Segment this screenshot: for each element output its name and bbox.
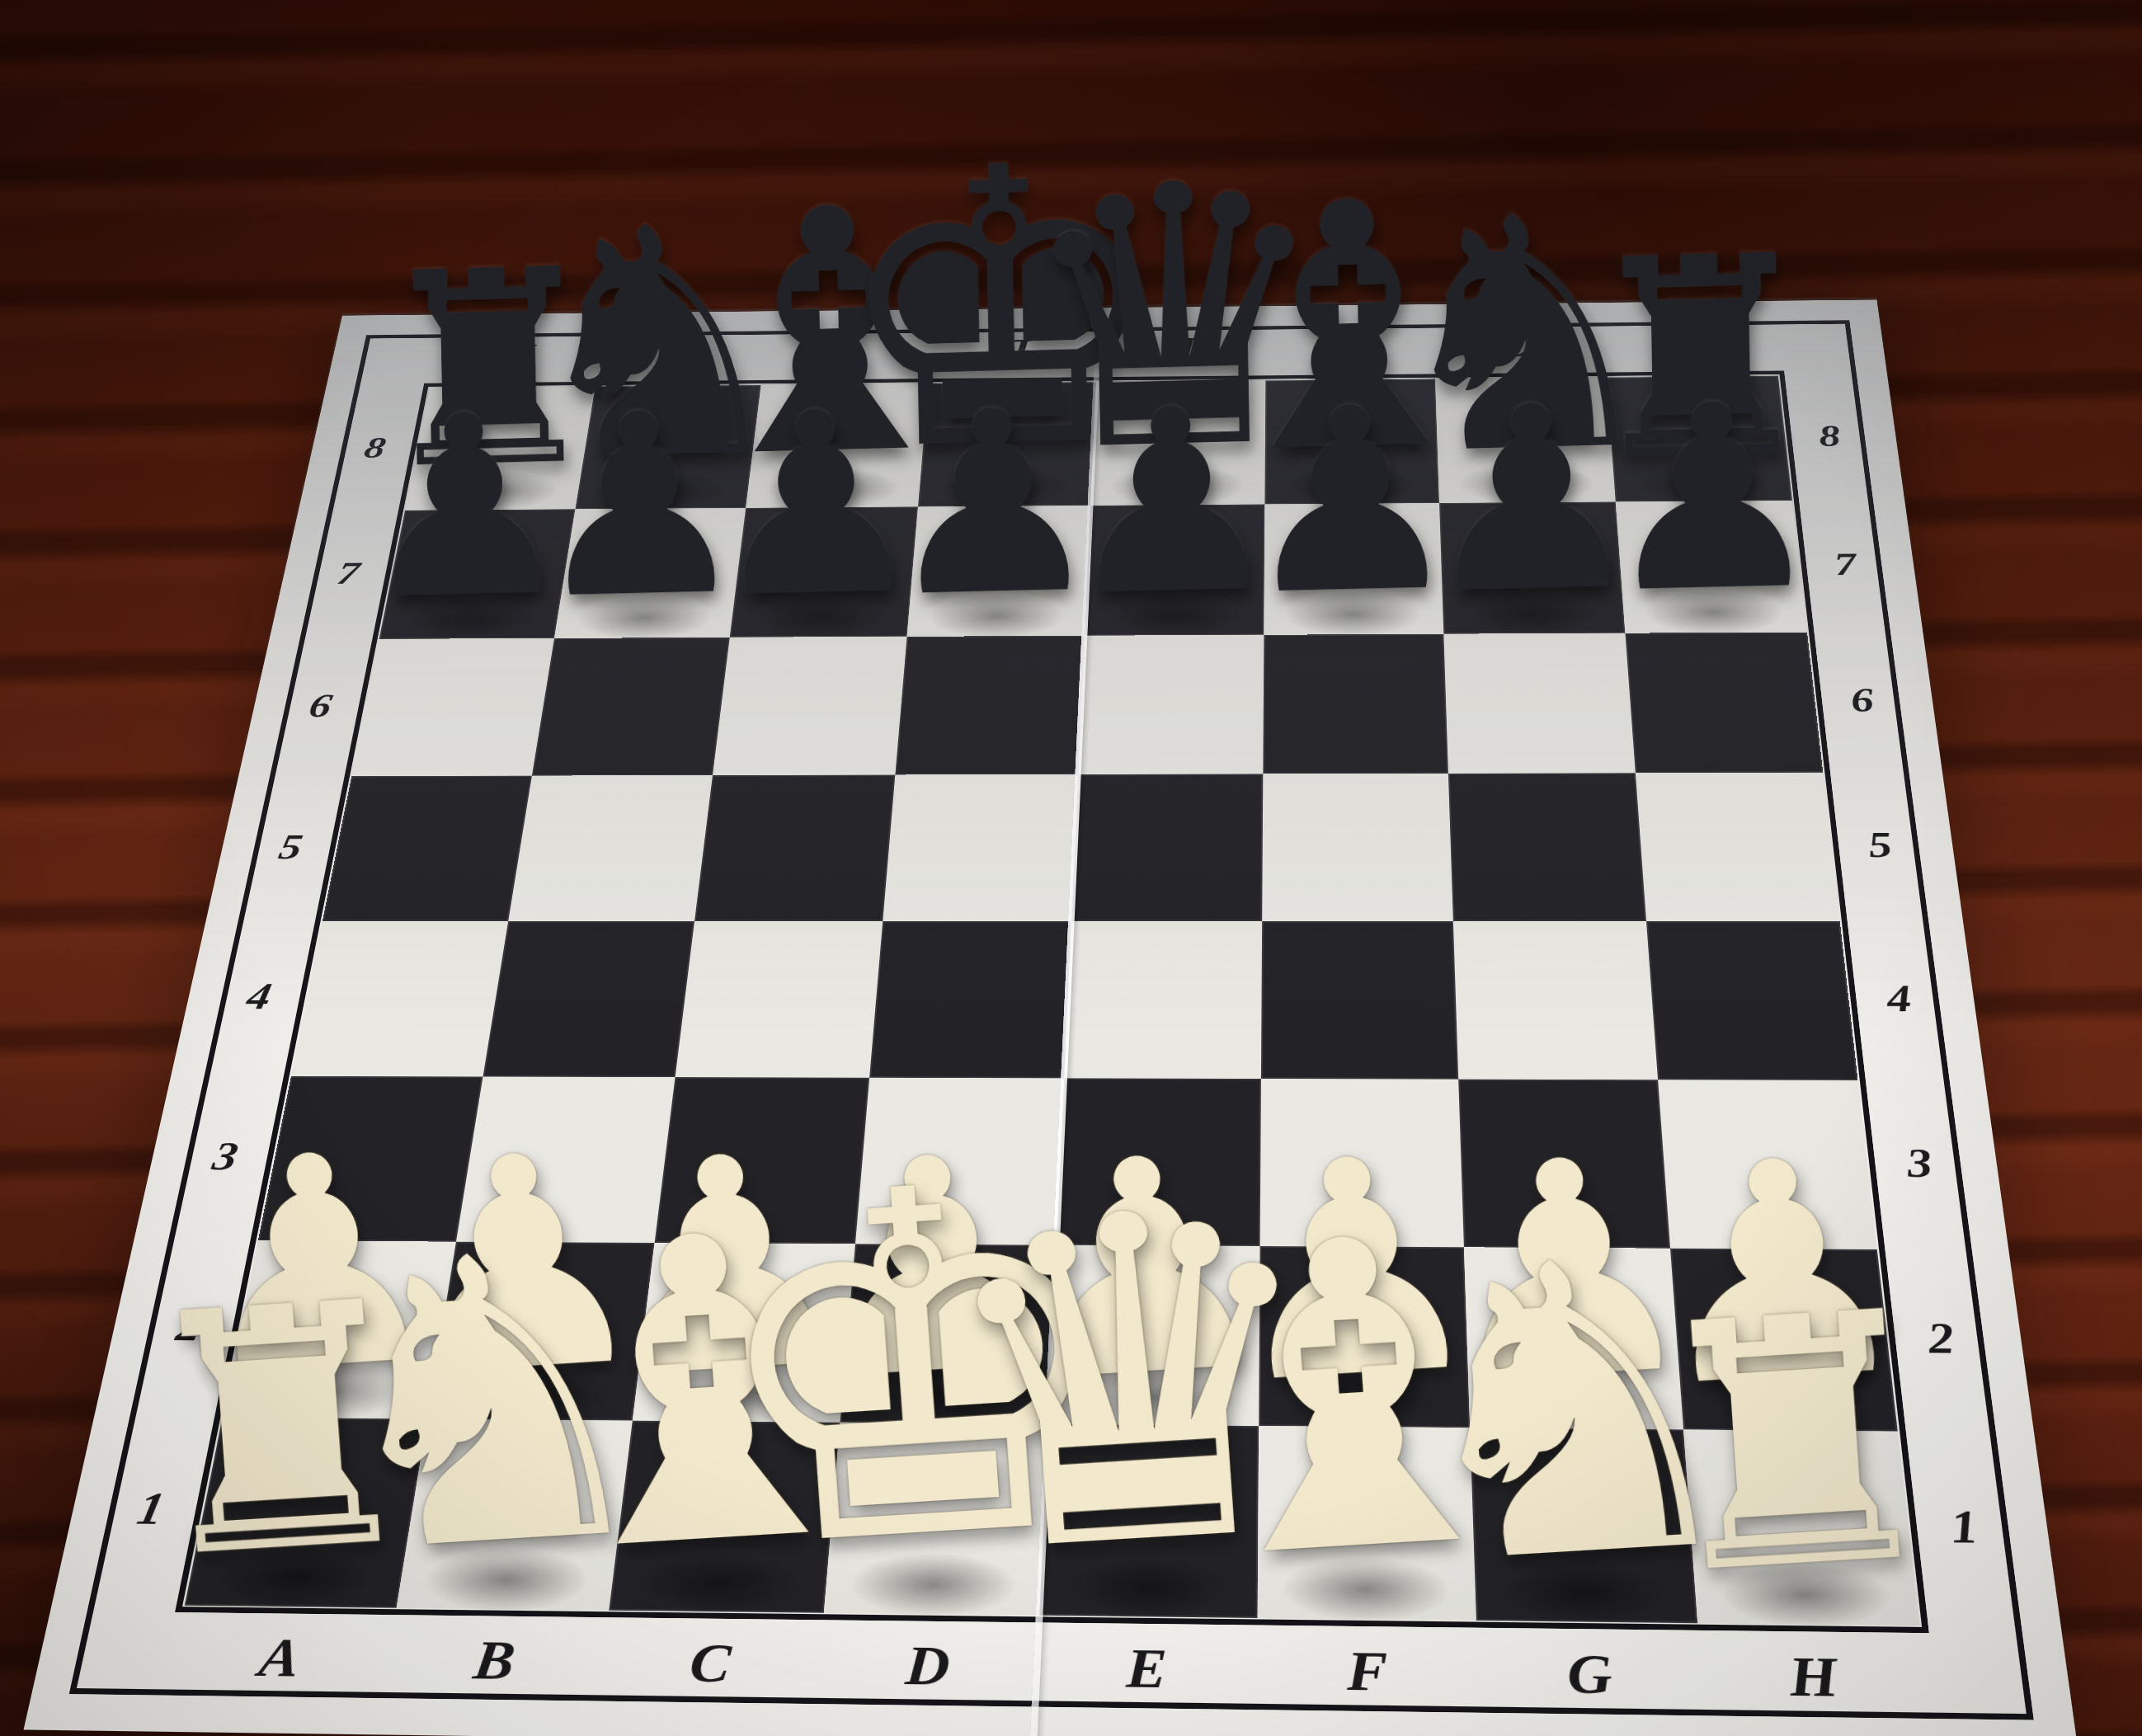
square-g7[interactable]: ♟ bbox=[1439, 501, 1625, 634]
square-f7[interactable]: ♟ bbox=[1263, 502, 1443, 634]
piece-white-rook-h1[interactable]: ♜ bbox=[1631, 1264, 1960, 1623]
square-e7[interactable]: ♟ bbox=[1084, 504, 1264, 636]
rank-label-right-4: 4 bbox=[1848, 920, 1951, 1079]
rank-label-right-6: 6 bbox=[1815, 630, 1910, 770]
file-label-bottom-a: A bbox=[165, 1611, 394, 1702]
rank-label-right-5: 5 bbox=[1831, 770, 1930, 920]
piece-black-pawn-h7[interactable]: ♟ bbox=[1598, 369, 1829, 628]
file-label-bottom-f: F bbox=[1256, 1625, 1480, 1718]
chess-board: ABCDEFGH ABCDEFGH 87654321 87654321 ♜♞♝♚… bbox=[23, 299, 2078, 1736]
file-label-bottom-c: C bbox=[596, 1616, 822, 1708]
file-label-bottom-h: H bbox=[1697, 1630, 1931, 1724]
file-label-bottom-b: B bbox=[379, 1614, 607, 1705]
file-label-bottom-g: G bbox=[1476, 1627, 1704, 1720]
file-label-bottom-e: E bbox=[1034, 1621, 1256, 1714]
file-label-bottom-d: D bbox=[815, 1619, 1039, 1711]
table-surface: ABCDEFGH ABCDEFGH 87654321 87654321 ♜♞♝♚… bbox=[0, 0, 2142, 1736]
board-scene: ABCDEFGH ABCDEFGH 87654321 87654321 ♜♞♝♚… bbox=[23, 299, 2078, 1736]
square-h1[interactable]: ♜ bbox=[1683, 1428, 1919, 1625]
